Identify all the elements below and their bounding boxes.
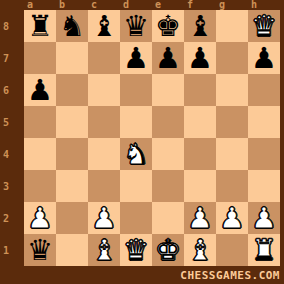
white-pawn-f2: ♟ (187, 202, 213, 234)
white-pawn-a2: ♟ (27, 202, 53, 234)
square-a3[interactable] (24, 170, 56, 202)
square-a2[interactable]: ♟ (24, 202, 56, 234)
chess-board: ♜♞♝♛♚♝♛♟♟♟♟♟♞♟♟♟♟♟♛♝♛♚♝♜ (24, 10, 280, 266)
square-a1[interactable]: ♛ (24, 234, 56, 266)
square-b6[interactable] (56, 74, 88, 106)
square-e4[interactable] (152, 138, 184, 170)
file-label-g: g (216, 0, 248, 10)
file-label-h: h (248, 0, 280, 10)
square-e6[interactable] (152, 74, 184, 106)
file-label-c: c (88, 0, 120, 10)
black-king-e8: ♚ (155, 10, 181, 42)
square-g8[interactable] (216, 10, 248, 42)
square-a4[interactable] (24, 138, 56, 170)
white-bishop-c1: ♝ (91, 234, 117, 266)
square-f8[interactable]: ♝ (184, 10, 216, 42)
rank-label-4: 4 (0, 138, 24, 170)
square-g5[interactable] (216, 106, 248, 138)
square-e2[interactable] (152, 202, 184, 234)
square-a8[interactable]: ♜ (24, 10, 56, 42)
square-g4[interactable] (216, 138, 248, 170)
square-e3[interactable] (152, 170, 184, 202)
rank-label-7: 7 (0, 42, 24, 74)
file-label-a: a (24, 0, 56, 10)
square-d6[interactable] (120, 74, 152, 106)
square-d5[interactable] (120, 106, 152, 138)
white-pawn-c2: ♟ (91, 202, 117, 234)
black-pawn-f7: ♟ (187, 42, 213, 74)
square-f4[interactable] (184, 138, 216, 170)
white-rook-h1: ♜ (251, 234, 277, 266)
square-g7[interactable] (216, 42, 248, 74)
square-c8[interactable]: ♝ (88, 10, 120, 42)
square-h6[interactable] (248, 74, 280, 106)
square-e1[interactable]: ♚ (152, 234, 184, 266)
square-d4[interactable]: ♞ (120, 138, 152, 170)
rank-label-8: 8 (0, 10, 24, 42)
rank-labels: 87654321 (0, 10, 24, 266)
square-g2[interactable]: ♟ (216, 202, 248, 234)
black-pawn-h7: ♟ (251, 42, 277, 74)
square-b2[interactable] (56, 202, 88, 234)
square-b8[interactable]: ♞ (56, 10, 88, 42)
square-f3[interactable] (184, 170, 216, 202)
square-c3[interactable] (88, 170, 120, 202)
square-h1[interactable]: ♜ (248, 234, 280, 266)
square-b1[interactable] (56, 234, 88, 266)
square-c2[interactable]: ♟ (88, 202, 120, 234)
white-pawn-g2: ♟ (219, 202, 245, 234)
square-h7[interactable]: ♟ (248, 42, 280, 74)
square-h8[interactable]: ♛ (248, 10, 280, 42)
square-f2[interactable]: ♟ (184, 202, 216, 234)
square-d2[interactable] (120, 202, 152, 234)
square-c7[interactable] (88, 42, 120, 74)
square-e5[interactable] (152, 106, 184, 138)
rank-label-5: 5 (0, 106, 24, 138)
square-b4[interactable] (56, 138, 88, 170)
square-g3[interactable] (216, 170, 248, 202)
square-c1[interactable]: ♝ (88, 234, 120, 266)
square-h3[interactable] (248, 170, 280, 202)
square-h4[interactable] (248, 138, 280, 170)
square-c6[interactable] (88, 74, 120, 106)
file-label-d: d (120, 0, 152, 10)
black-pawn-a6: ♟ (27, 74, 53, 106)
file-label-f: f (184, 0, 216, 10)
chessgames-watermark: CHESSGAMES.COM (180, 269, 280, 282)
black-bishop-f8: ♝ (187, 10, 213, 42)
square-a5[interactable] (24, 106, 56, 138)
square-d3[interactable] (120, 170, 152, 202)
square-f5[interactable] (184, 106, 216, 138)
black-pawn-d7: ♟ (123, 42, 149, 74)
white-queen-h8: ♛ (251, 10, 277, 42)
square-b5[interactable] (56, 106, 88, 138)
footer-bar: CHESSGAMES.COM (0, 266, 284, 284)
square-f6[interactable] (184, 74, 216, 106)
white-bishop-f1: ♝ (187, 234, 213, 266)
square-b7[interactable] (56, 42, 88, 74)
square-f1[interactable]: ♝ (184, 234, 216, 266)
square-f7[interactable]: ♟ (184, 42, 216, 74)
black-knight-b8: ♞ (59, 10, 85, 42)
square-c4[interactable] (88, 138, 120, 170)
rank-label-1: 1 (0, 234, 24, 266)
square-d7[interactable]: ♟ (120, 42, 152, 74)
square-e7[interactable]: ♟ (152, 42, 184, 74)
chess-diagram: abcdefgh 87654321 ♜♞♝♛♚♝♛♟♟♟♟♟♞♟♟♟♟♟♛♝♛♚… (0, 0, 284, 284)
file-label-b: b (56, 0, 88, 10)
rank-label-3: 3 (0, 170, 24, 202)
black-rook-a8: ♜ (27, 10, 53, 42)
square-c5[interactable] (88, 106, 120, 138)
square-b3[interactable] (56, 170, 88, 202)
square-g1[interactable] (216, 234, 248, 266)
white-king-e1: ♚ (155, 234, 181, 266)
square-d8[interactable]: ♛ (120, 10, 152, 42)
black-queen-a1: ♛ (27, 234, 53, 266)
black-pawn-e7: ♟ (155, 42, 181, 74)
square-g6[interactable] (216, 74, 248, 106)
white-knight-d4: ♞ (123, 138, 149, 170)
rank-label-6: 6 (0, 74, 24, 106)
white-queen-d1: ♛ (123, 234, 149, 266)
file-labels: abcdefgh (24, 0, 280, 10)
square-a7[interactable] (24, 42, 56, 74)
white-pawn-h2: ♟ (251, 202, 277, 234)
square-h5[interactable] (248, 106, 280, 138)
black-queen-d8: ♛ (123, 10, 149, 42)
black-bishop-c8: ♝ (91, 10, 117, 42)
file-label-e: e (152, 0, 184, 10)
square-h2[interactable]: ♟ (248, 202, 280, 234)
rank-label-2: 2 (0, 202, 24, 234)
square-e8[interactable]: ♚ (152, 10, 184, 42)
square-d1[interactable]: ♛ (120, 234, 152, 266)
square-a6[interactable]: ♟ (24, 74, 56, 106)
